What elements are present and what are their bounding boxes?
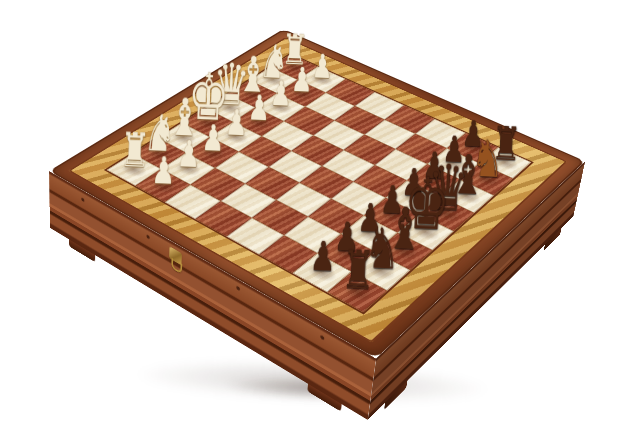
- chess-set-photo: ♜♟♟♜♞♟♟♞♝♟♟♝♛♟♟♛♚♟♟♚♝♟♟♝♞♟♟♞♜♟♟♜: [0, 0, 640, 426]
- piece-black-rook-h8[interactable]: ♜: [326, 243, 390, 298]
- perspective-scene: ♜♟♟♜♞♟♟♞♝♟♟♝♛♟♟♛♚♟♟♚♝♟♟♝♞♟♟♞♜♟♟♜: [0, 0, 640, 426]
- case-foot: [384, 381, 407, 411]
- case-foot: [544, 228, 562, 251]
- chess-case-top: ♜♟♟♜♞♟♟♞♝♟♟♝♛♟♟♛♚♟♟♚♝♟♟♝♞♟♟♞♜♟♟♜: [49, 29, 585, 358]
- piece-white-pawn-h2[interactable]: ♟: [135, 151, 193, 191]
- scene-tilt: ♜♟♟♜♞♟♟♞♝♟♟♝♛♟♟♛♚♟♟♚♝♟♟♝♞♟♟♞♜♟♟♜: [0, 0, 640, 426]
